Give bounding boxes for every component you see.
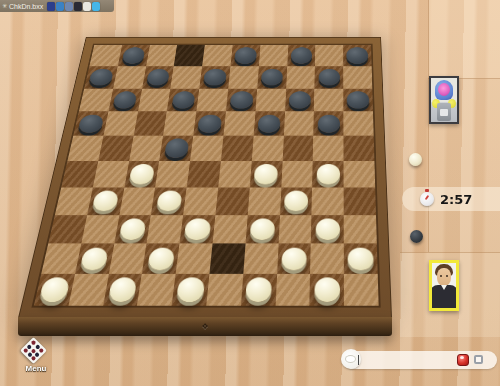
cell-r1c4[interactable] [174,45,205,66]
cell-r10c10[interactable] [344,274,379,306]
white-piece[interactable] [128,164,155,184]
game-timer: 2:57 [402,187,500,211]
cell-r6c3[interactable] [124,161,159,187]
white-piece[interactable] [147,247,175,270]
black-piece[interactable] [112,91,138,109]
black-piece[interactable] [171,91,196,109]
cell-r9c2[interactable] [75,244,114,274]
white-piece[interactable] [118,218,146,240]
white-piece[interactable] [315,218,340,240]
black-piece[interactable] [146,69,170,86]
board-grid [34,45,379,306]
white-piece[interactable] [250,218,276,240]
red-lamp-icon[interactable] [457,354,469,366]
cell-r3c9[interactable] [314,88,343,111]
game-table: ✳ ChkDn.bxx ❖ 2:57 [0,0,500,386]
cell-r8c9[interactable] [311,215,344,244]
cell-r4c2[interactable] [103,112,137,136]
cell-r7c2[interactable] [87,187,124,215]
cell-r9c3[interactable] [108,244,146,274]
white-piece[interactable] [281,247,307,270]
white-piece[interactable] [245,278,272,302]
opponent-avatar [429,76,459,124]
black-piece[interactable] [164,139,190,158]
cell-r1c8[interactable] [287,45,316,66]
stopwatch-icon [420,192,434,206]
menu-button-label: Menu [18,364,54,373]
cell-r5c9[interactable] [313,136,344,161]
cell-r8c5[interactable] [180,215,216,244]
cell-r4c5[interactable] [193,112,225,136]
robot-panel [440,109,448,116]
cell-r8c4[interactable] [147,215,184,244]
cell-r3c8[interactable] [285,88,315,111]
black-piece[interactable] [347,91,369,109]
cell-r9c10[interactable] [344,244,378,274]
black-piece[interactable] [257,114,281,132]
black-piece[interactable] [290,47,312,63]
cell-r10c8[interactable] [275,274,310,306]
cell-r9c5[interactable] [176,244,213,274]
cell-r2c6[interactable] [228,66,258,88]
cell-r5c8[interactable] [282,136,313,161]
cell-r2c10[interactable] [343,66,372,88]
black-piece[interactable] [288,91,311,109]
cell-r1c10[interactable] [343,45,371,66]
white-piece[interactable] [184,218,211,240]
white-piece[interactable] [348,247,374,270]
cell-r7c10[interactable] [344,187,376,215]
cell-r8c7[interactable] [245,215,279,244]
cell-r7c5[interactable] [183,187,218,215]
cell-r5c10[interactable] [344,136,375,161]
cell-r5c5[interactable] [190,136,223,161]
cell-r1c2[interactable] [118,45,150,66]
cell-r1c5[interactable] [202,45,232,66]
cell-r2c8[interactable] [286,66,315,88]
cell-r7c7[interactable] [248,187,281,215]
white-piece[interactable] [314,278,340,302]
cell-r8c6[interactable] [213,215,248,244]
avatar-face [437,268,451,286]
cell-r6c4[interactable] [155,161,190,187]
chat-input[interactable] [344,351,497,369]
menu-button[interactable]: Menu [18,338,54,376]
black-piece[interactable] [122,47,146,63]
chat-caret [358,355,359,365]
black-piece[interactable] [230,91,254,109]
black-piece[interactable] [318,69,340,86]
cell-r10c5[interactable] [172,274,210,306]
timer-value: 2:57 [440,192,472,207]
cell-r2c5[interactable] [199,66,230,88]
cell-r9c9[interactable] [310,244,344,274]
cell-r6c2[interactable] [93,161,129,187]
white-piece[interactable] [316,164,340,184]
white-piece[interactable] [108,278,138,302]
cell-r9c4[interactable] [142,244,180,274]
black-piece[interactable] [88,69,113,86]
black-piece[interactable] [347,47,368,63]
menu-icon-dot [38,348,44,354]
cell-r1c9[interactable] [315,45,343,66]
gray-square-icon[interactable] [474,355,483,364]
cell-r6c6[interactable] [218,161,251,187]
cell-r10c6[interactable] [206,274,243,306]
cell-r10c2[interactable] [68,274,108,306]
player-avatar-active [429,260,459,311]
cell-r6c10[interactable] [344,161,375,187]
black-piece[interactable] [78,114,105,132]
cell-r2c7[interactable] [257,66,287,88]
cell-r9c7[interactable] [243,244,278,274]
captured-white-piece [409,153,422,166]
cell-r8c2[interactable] [81,215,119,244]
menu-icon [20,337,47,364]
cell-r3c2[interactable] [108,88,142,111]
cell-r7c3[interactable] [119,187,155,215]
cell-r4c3[interactable] [133,112,167,136]
player-avatar-image [432,263,456,308]
checkers-board [18,37,392,318]
robot-avatar-image [431,78,457,122]
cell-r3c7[interactable] [255,88,286,111]
black-piece[interactable] [317,114,340,132]
black-piece[interactable] [203,69,227,86]
white-piece[interactable] [92,191,120,212]
black-piece[interactable] [234,47,257,63]
white-piece[interactable] [254,164,279,184]
cell-r2c2[interactable] [113,66,146,88]
cell-r10c4[interactable] [137,274,176,306]
cell-r2c4[interactable] [171,66,203,88]
cell-r8c8[interactable] [278,215,312,244]
captured-black-piece [410,230,423,243]
cell-r5c2[interactable] [98,136,133,161]
cell-r9c6[interactable] [209,244,245,274]
cell-r1c6[interactable] [230,45,260,66]
cell-r1c7[interactable] [259,45,288,66]
cell-r5c3[interactable] [129,136,164,161]
cell-r4c6[interactable] [223,112,255,136]
black-piece[interactable] [197,114,222,132]
cell-r4c4[interactable] [163,112,196,136]
cell-r10c3[interactable] [103,274,142,306]
cell-r4c8[interactable] [284,112,315,136]
cell-r6c8[interactable] [281,161,313,187]
cell-r4c7[interactable] [254,112,285,136]
cell-r2c9[interactable] [315,66,344,88]
cell-r3c10[interactable] [343,88,372,111]
cell-r5c7[interactable] [252,136,284,161]
cell-r9c8[interactable] [277,244,311,274]
cell-r2c3[interactable] [142,66,174,88]
black-piece[interactable] [261,69,284,86]
white-piece[interactable] [80,247,110,270]
cell-r8c10[interactable] [344,215,377,244]
cell-r7c4[interactable] [151,187,187,215]
cell-r7c6[interactable] [215,187,249,215]
cell-r6c5[interactable] [187,161,221,187]
cell-r6c7[interactable] [250,161,283,187]
cell-r3c3[interactable] [138,88,171,111]
cell-r3c6[interactable] [226,88,257,111]
cell-r6c9[interactable] [312,161,343,187]
cell-r4c10[interactable] [344,112,374,136]
white-piece[interactable] [176,278,205,302]
white-piece[interactable] [156,191,183,212]
cell-r5c4[interactable] [159,136,193,161]
cell-r10c7[interactable] [241,274,277,306]
frame-ornament-icon: ❖ [201,323,208,331]
board-front-face: ❖ [18,317,392,336]
cell-r8c3[interactable] [114,215,151,244]
cell-r1c3[interactable] [146,45,178,66]
cell-r4c9[interactable] [314,112,344,136]
robot-brain [438,83,450,96]
cell-r10c9[interactable] [310,274,344,306]
cell-r3c4[interactable] [167,88,199,111]
white-piece[interactable] [39,278,70,302]
cell-r7c8[interactable] [280,187,313,215]
cell-r3c5[interactable] [196,88,228,111]
cell-r5c6[interactable] [221,136,254,161]
white-piece[interactable] [284,191,309,212]
cell-r7c9[interactable] [312,187,344,215]
